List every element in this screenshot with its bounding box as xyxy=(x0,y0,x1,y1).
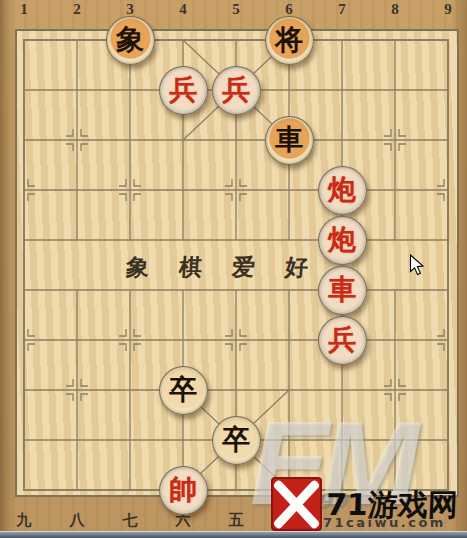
site-logo-icon xyxy=(271,477,322,531)
piece-character: 兵 xyxy=(169,76,197,104)
piece-red-chariot[interactable]: 車 xyxy=(318,266,367,315)
window-bottom-bar xyxy=(0,531,467,538)
piece-grid[interactable]: 象将兵兵車炮炮車兵卒卒帥 xyxy=(0,15,467,515)
piece-character: 卒 xyxy=(222,426,250,454)
piece-red-general[interactable]: 帥 xyxy=(159,466,208,515)
piece-red-cannon[interactable]: 炮 xyxy=(318,216,367,265)
piece-character: 象 xyxy=(116,26,144,54)
piece-red-soldier[interactable]: 兵 xyxy=(212,66,261,115)
piece-character: 炮 xyxy=(328,226,356,254)
piece-character: 帥 xyxy=(169,476,197,504)
piece-red-cannon[interactable]: 炮 xyxy=(318,166,367,215)
piece-character: 卒 xyxy=(169,376,197,404)
piece-black-elephant[interactable]: 象 xyxy=(106,16,155,65)
piece-black-soldier[interactable]: 卒 xyxy=(212,416,261,465)
piece-red-soldier[interactable]: 兵 xyxy=(159,66,208,115)
piece-red-soldier[interactable]: 兵 xyxy=(318,316,367,365)
piece-black-chariot[interactable]: 車 xyxy=(265,116,314,165)
piece-character: 車 xyxy=(275,126,303,154)
piece-black-general[interactable]: 将 xyxy=(265,16,314,65)
piece-character: 車 xyxy=(328,276,356,304)
piece-character: 炮 xyxy=(328,176,356,204)
site-url-text: 71caiwu.com xyxy=(323,515,446,530)
piece-black-soldier[interactable]: 卒 xyxy=(159,366,208,415)
xiangqi-board-window: 123456789 九八七六五 象棋爱好 象将兵兵車炮炮車兵卒卒帥 EM 99 … xyxy=(0,0,467,538)
piece-character: 兵 xyxy=(328,326,356,354)
piece-character: 将 xyxy=(275,26,303,54)
piece-character: 兵 xyxy=(222,76,250,104)
